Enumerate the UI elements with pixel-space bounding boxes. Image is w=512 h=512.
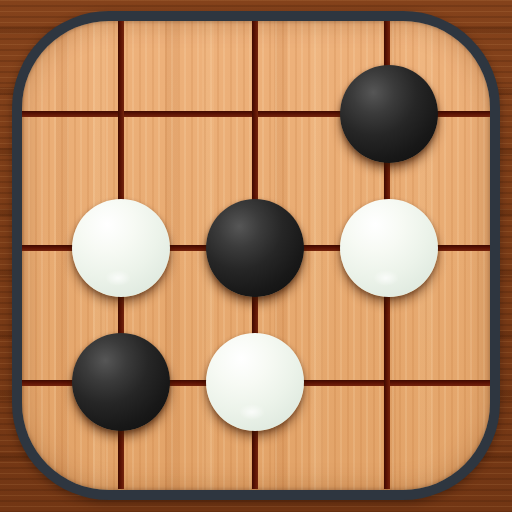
white-stone[interactable]: ○ — [340, 199, 438, 297]
go-board: ●○●○●○ — [22, 21, 490, 490]
black-stone[interactable]: ● — [206, 199, 304, 297]
board-cell-1-0[interactable]: ○ — [54, 181, 188, 315]
board-grid: ●○●○●○ — [54, 47, 456, 449]
stone-glyph: ○ — [78, 199, 164, 297]
white-stone[interactable]: ○ — [206, 333, 304, 431]
stone-glyph: ● — [78, 333, 164, 431]
stone-glyph: ● — [212, 199, 298, 297]
board-cell-2-2[interactable] — [322, 315, 456, 449]
go-app-icon[interactable]: ●○●○●○ — [12, 11, 500, 500]
stone-glyph: ○ — [212, 333, 298, 431]
board-cell-2-0[interactable]: ● — [54, 315, 188, 449]
board-cell-1-1[interactable]: ● — [188, 181, 322, 315]
board-cell-2-1[interactable]: ○ — [188, 315, 322, 449]
board-cell-1-2[interactable]: ○ — [322, 181, 456, 315]
stone-glyph: ● — [346, 65, 432, 163]
black-stone[interactable]: ● — [340, 65, 438, 163]
board-cell-0-0[interactable] — [54, 47, 188, 181]
board-cell-0-2[interactable]: ● — [322, 47, 456, 181]
black-stone[interactable]: ● — [72, 333, 170, 431]
white-stone[interactable]: ○ — [72, 199, 170, 297]
wood-background: ●○●○●○ — [0, 0, 512, 512]
stone-glyph: ○ — [346, 199, 432, 297]
board-cell-0-1[interactable] — [188, 47, 322, 181]
